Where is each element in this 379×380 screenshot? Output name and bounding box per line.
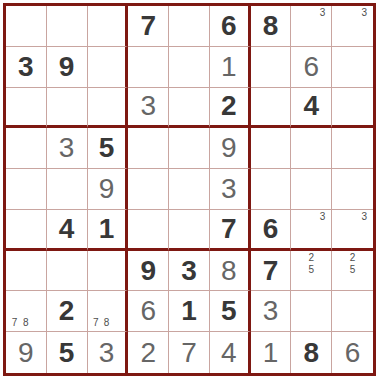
cell-r5c8[interactable] [291,169,332,210]
cell-r4c1[interactable] [6,128,47,169]
cell-r1c7[interactable]: 8 [251,6,292,47]
given-digit: 6 [263,215,279,243]
cell-r8c7[interactable]: 3 [251,291,292,332]
cell-r1c3[interactable] [88,6,129,47]
solved-digit: 9 [99,175,115,203]
cell-r3c4[interactable]: 3 [128,88,169,129]
cell-r8c5[interactable]: 1 [169,291,210,332]
given-digit: 9 [140,257,156,285]
cell-r3c2[interactable] [47,88,88,129]
given-digit: 9 [59,53,75,81]
cell-r8c4[interactable]: 6 [128,291,169,332]
cell-r6c3[interactable]: 1 [88,210,129,251]
pencil-marks: 25 [291,251,331,291]
given-digit: 5 [99,134,115,162]
cell-r6c5[interactable] [169,210,210,251]
solved-digit: 9 [18,339,34,367]
cell-r7c1[interactable] [6,251,47,292]
cell-r4c8[interactable] [291,128,332,169]
solved-digit: 9 [221,134,237,162]
cell-r3c9[interactable] [332,88,373,129]
pencil-digit: 8 [101,317,112,329]
pencil-digit: 5 [347,264,359,276]
cell-r2c1[interactable]: 3 [6,47,47,88]
pencil-digit: 3 [317,211,328,223]
cell-r4c7[interactable] [251,128,292,169]
cell-r5c7[interactable] [251,169,292,210]
given-digit: 5 [221,297,237,325]
cell-r3c1[interactable] [6,88,47,129]
given-digit: 3 [18,53,34,81]
given-digit: 6 [221,12,237,40]
given-digit: 4 [59,215,75,243]
cell-r5c1[interactable] [6,169,47,210]
solved-digit: 2 [140,339,156,367]
cell-r6c6[interactable]: 7 [210,210,251,251]
cell-r1c4[interactable]: 7 [128,6,169,47]
solved-digit: 8 [221,257,237,285]
cell-r9c5[interactable]: 7 [169,332,210,373]
cell-r7c6[interactable]: 8 [210,251,251,292]
pencil-digit: 3 [358,211,370,223]
pencil-digit: 5 [306,264,317,276]
cell-r9c9[interactable]: 6 [332,332,373,373]
cell-r9c3[interactable]: 3 [88,332,129,373]
cell-r3c3[interactable] [88,88,129,129]
solved-digit: 6 [140,297,156,325]
cell-r5c4[interactable] [128,169,169,210]
pencil-digit: 2 [306,252,317,264]
given-digit: 1 [99,215,115,243]
cell-r8c6[interactable]: 5 [210,291,251,332]
sudoku-board: 7683339163243599341763393872525782786153… [3,3,376,376]
cell-r9c8[interactable]: 8 [291,332,332,373]
pencil-marks: 78 [88,291,126,331]
cell-r8c2[interactable]: 2 [47,291,88,332]
pencil-marks: 3 [291,210,331,248]
cell-r6c9[interactable]: 3 [332,210,373,251]
cell-r5c3[interactable]: 9 [88,169,129,210]
pencil-marks: 3 [332,210,373,248]
cell-r7c3[interactable] [88,251,129,292]
cell-r6c8[interactable]: 3 [291,210,332,251]
cell-r7c7[interactable]: 7 [251,251,292,292]
cell-r1c9[interactable]: 3 [332,6,373,47]
solved-digit: 1 [263,339,279,367]
given-digit: 8 [263,12,279,40]
given-digit: 5 [59,339,75,367]
cell-r6c7[interactable]: 6 [251,210,292,251]
cell-r3c7[interactable] [251,88,292,129]
cell-r7c5[interactable]: 3 [169,251,210,292]
cell-r8c8[interactable] [291,291,332,332]
pencil-digit: 2 [347,252,359,264]
sudoku-app: 7683339163243599341763393872525782786153… [0,0,379,380]
cell-r8c3[interactable]: 78 [88,291,129,332]
cell-r4c3[interactable]: 5 [88,128,129,169]
given-digit: 7 [221,215,237,243]
cell-r2c8[interactable]: 6 [291,47,332,88]
cell-r1c2[interactable] [47,6,88,47]
pencil-marks: 3 [291,6,331,46]
cell-r2c9[interactable] [332,47,373,88]
pencil-marks: 78 [6,291,46,331]
cell-r2c5[interactable] [169,47,210,88]
cell-r7c9[interactable]: 25 [332,251,373,292]
given-digit: 7 [140,12,156,40]
solved-digit: 6 [345,339,361,367]
cell-r5c2[interactable] [47,169,88,210]
cell-r4c2[interactable]: 3 [47,128,88,169]
solved-digit: 4 [221,339,237,367]
cell-r2c4[interactable] [128,47,169,88]
cell-r1c1[interactable] [6,6,47,47]
pencil-marks: 3 [332,6,373,46]
cell-r1c8[interactable]: 3 [291,6,332,47]
solved-digit: 3 [263,297,279,325]
given-digit: 3 [181,257,197,285]
cell-r1c5[interactable] [169,6,210,47]
cell-r3c8[interactable]: 4 [291,88,332,129]
given-digit: 2 [221,92,237,120]
pencil-digit: 8 [20,317,31,329]
solved-digit: 7 [181,339,197,367]
solved-digit: 3 [99,339,115,367]
given-digit: 7 [263,257,279,285]
cell-r9c2[interactable]: 5 [47,332,88,373]
cell-r6c1[interactable] [6,210,47,251]
pencil-digit: 3 [317,7,328,19]
pencil-digit: 7 [9,317,20,329]
cell-r4c5[interactable] [169,128,210,169]
cell-r9c7[interactable]: 1 [251,332,292,373]
cell-r2c7[interactable] [251,47,292,88]
cell-r5c5[interactable] [169,169,210,210]
cell-r4c4[interactable] [128,128,169,169]
cell-r8c9[interactable] [332,291,373,332]
cell-r2c3[interactable] [88,47,129,88]
cell-r9c4[interactable]: 2 [128,332,169,373]
cell-r7c2[interactable] [47,251,88,292]
cell-r6c4[interactable] [128,210,169,251]
solved-digit: 3 [221,175,237,203]
cell-r9c6[interactable]: 4 [210,332,251,373]
cell-r6c2[interactable]: 4 [47,210,88,251]
cell-r3c5[interactable] [169,88,210,129]
cell-r3c6[interactable]: 2 [210,88,251,129]
cell-r2c2[interactable]: 9 [47,47,88,88]
cell-r8c1[interactable]: 78 [6,291,47,332]
given-digit: 8 [304,339,320,367]
cell-r5c6[interactable]: 3 [210,169,251,210]
cell-r1c6[interactable]: 6 [210,6,251,47]
cell-r7c4[interactable]: 9 [128,251,169,292]
given-digit: 1 [181,297,197,325]
given-digit: 2 [59,297,75,325]
cell-r7c8[interactable]: 25 [291,251,332,292]
cell-r4c9[interactable] [332,128,373,169]
solved-digit: 1 [221,53,237,81]
solved-digit: 6 [304,53,320,81]
solved-digit: 3 [59,134,75,162]
pencil-marks: 25 [332,251,373,291]
cell-r5c9[interactable] [332,169,373,210]
cell-r4c6[interactable]: 9 [210,128,251,169]
cell-r9c1[interactable]: 9 [6,332,47,373]
solved-digit: 3 [140,92,156,120]
pencil-digit: 7 [91,317,102,329]
given-digit: 4 [304,92,320,120]
cell-r2c6[interactable]: 1 [210,47,251,88]
pencil-digit: 3 [358,7,370,19]
